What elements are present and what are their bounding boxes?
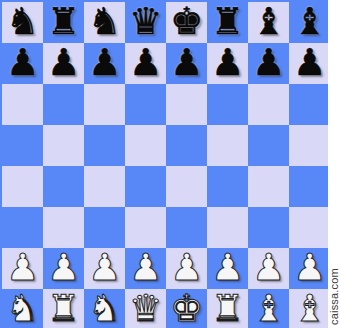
- square-h3[interactable]: [289, 207, 328, 248]
- square-f6[interactable]: [207, 84, 248, 125]
- chess-board: ♞♜♞♛♚♜♝♝♟♟♟♟♟♟♟♟♟♟♟♟♟♟♟♟♞♜♞♛♚♜♝♝: [0, 0, 328, 328]
- square-c4[interactable]: [84, 166, 125, 207]
- piece-white-rook[interactable]: ♜: [47, 289, 80, 328]
- square-e8[interactable]: ♚: [166, 2, 207, 43]
- square-a7[interactable]: ♟: [2, 43, 43, 84]
- piece-black-pawn[interactable]: ♟: [170, 43, 203, 83]
- square-h6[interactable]: [289, 84, 328, 125]
- square-d7[interactable]: ♟: [125, 43, 166, 84]
- square-g4[interactable]: [248, 166, 289, 207]
- square-h5[interactable]: [289, 125, 328, 166]
- square-b2[interactable]: ♟: [43, 248, 84, 289]
- piece-black-rook[interactable]: ♜: [47, 2, 80, 42]
- square-d5[interactable]: [125, 125, 166, 166]
- square-a8[interactable]: ♞: [2, 2, 43, 43]
- piece-black-king[interactable]: ♚: [170, 2, 203, 42]
- piece-black-pawn[interactable]: ♟: [252, 43, 285, 83]
- piece-white-pawn[interactable]: ♟: [47, 248, 80, 288]
- piece-black-pawn[interactable]: ♟: [88, 43, 121, 83]
- square-e4[interactable]: [166, 166, 207, 207]
- piece-black-pawn[interactable]: ♟: [293, 43, 326, 83]
- square-f5[interactable]: [207, 125, 248, 166]
- piece-white-pawn[interactable]: ♟: [170, 248, 203, 288]
- piece-white-pawn[interactable]: ♟: [293, 248, 326, 288]
- piece-black-rook[interactable]: ♜: [211, 2, 244, 42]
- piece-black-pawn[interactable]: ♟: [6, 43, 39, 83]
- square-d8[interactable]: ♛: [125, 2, 166, 43]
- piece-black-bishop[interactable]: ♝: [293, 2, 326, 42]
- piece-white-pawn[interactable]: ♟: [88, 248, 121, 288]
- piece-black-pawn[interactable]: ♟: [129, 43, 162, 83]
- square-f7[interactable]: ♟: [207, 43, 248, 84]
- square-c6[interactable]: [84, 84, 125, 125]
- square-b8[interactable]: ♜: [43, 2, 84, 43]
- square-b3[interactable]: [43, 207, 84, 248]
- square-g6[interactable]: [248, 84, 289, 125]
- square-e7[interactable]: ♟: [166, 43, 207, 84]
- square-f1[interactable]: ♜: [207, 289, 248, 328]
- piece-black-pawn[interactable]: ♟: [47, 43, 80, 83]
- square-a6[interactable]: [2, 84, 43, 125]
- piece-black-knight[interactable]: ♞: [6, 2, 39, 42]
- square-c2[interactable]: ♟: [84, 248, 125, 289]
- square-c3[interactable]: [84, 207, 125, 248]
- piece-white-rook[interactable]: ♜: [211, 289, 244, 328]
- square-g2[interactable]: ♟: [248, 248, 289, 289]
- square-h4[interactable]: [289, 166, 328, 207]
- square-g8[interactable]: ♝: [248, 2, 289, 43]
- square-c1[interactable]: ♞: [84, 289, 125, 328]
- piece-white-pawn[interactable]: ♟: [252, 248, 285, 288]
- square-c7[interactable]: ♟: [84, 43, 125, 84]
- square-g7[interactable]: ♟: [248, 43, 289, 84]
- square-h2[interactable]: ♟: [289, 248, 328, 289]
- piece-white-bishop[interactable]: ♝: [293, 289, 326, 328]
- square-a1[interactable]: ♞: [2, 289, 43, 328]
- square-f8[interactable]: ♜: [207, 2, 248, 43]
- square-b1[interactable]: ♜: [43, 289, 84, 328]
- piece-white-knight[interactable]: ♞: [6, 289, 39, 328]
- square-f4[interactable]: [207, 166, 248, 207]
- brand-caissa-label: caissa.com: [328, 268, 340, 325]
- piece-black-bishop[interactable]: ♝: [252, 2, 285, 42]
- square-a4[interactable]: [2, 166, 43, 207]
- chess-board-screenshot: ♞♜♞♛♚♜♝♝♟♟♟♟♟♟♟♟♟♟♟♟♟♟♟♟♞♜♞♛♚♜♝♝ caissa.…: [0, 0, 340, 328]
- square-b5[interactable]: [43, 125, 84, 166]
- square-g5[interactable]: [248, 125, 289, 166]
- square-e2[interactable]: ♟: [166, 248, 207, 289]
- branding-strip: caissa.com: [328, 0, 340, 328]
- square-e5[interactable]: [166, 125, 207, 166]
- piece-white-pawn[interactable]: ♟: [129, 248, 162, 288]
- square-d3[interactable]: [125, 207, 166, 248]
- square-b7[interactable]: ♟: [43, 43, 84, 84]
- square-f2[interactable]: ♟: [207, 248, 248, 289]
- square-a2[interactable]: ♟: [2, 248, 43, 289]
- piece-white-king[interactable]: ♚: [170, 289, 203, 328]
- piece-white-pawn[interactable]: ♟: [211, 248, 244, 288]
- square-e6[interactable]: [166, 84, 207, 125]
- square-d4[interactable]: [125, 166, 166, 207]
- square-a5[interactable]: [2, 125, 43, 166]
- piece-white-bishop[interactable]: ♝: [252, 289, 285, 328]
- board-grid: ♞♜♞♛♚♜♝♝♟♟♟♟♟♟♟♟♟♟♟♟♟♟♟♟♞♜♞♛♚♜♝♝: [2, 2, 328, 328]
- square-a3[interactable]: [2, 207, 43, 248]
- piece-black-knight[interactable]: ♞: [88, 2, 121, 42]
- square-g1[interactable]: ♝: [248, 289, 289, 328]
- square-d1[interactable]: ♛: [125, 289, 166, 328]
- square-e1[interactable]: ♚: [166, 289, 207, 328]
- piece-white-queen[interactable]: ♛: [129, 289, 162, 328]
- square-d6[interactable]: [125, 84, 166, 125]
- brand-caissa: caissa.com: [325, 268, 340, 325]
- square-f3[interactable]: [207, 207, 248, 248]
- square-b6[interactable]: [43, 84, 84, 125]
- piece-white-pawn[interactable]: ♟: [6, 248, 39, 288]
- square-h7[interactable]: ♟: [289, 43, 328, 84]
- square-c8[interactable]: ♞: [84, 2, 125, 43]
- square-e3[interactable]: [166, 207, 207, 248]
- piece-white-knight[interactable]: ♞: [88, 289, 121, 328]
- square-g3[interactable]: [248, 207, 289, 248]
- square-h1[interactable]: ♝: [289, 289, 328, 328]
- piece-black-queen[interactable]: ♛: [129, 2, 162, 42]
- square-h8[interactable]: ♝: [289, 2, 328, 43]
- piece-black-pawn[interactable]: ♟: [211, 43, 244, 83]
- square-d2[interactable]: ♟: [125, 248, 166, 289]
- square-c5[interactable]: [84, 125, 125, 166]
- square-b4[interactable]: [43, 166, 84, 207]
